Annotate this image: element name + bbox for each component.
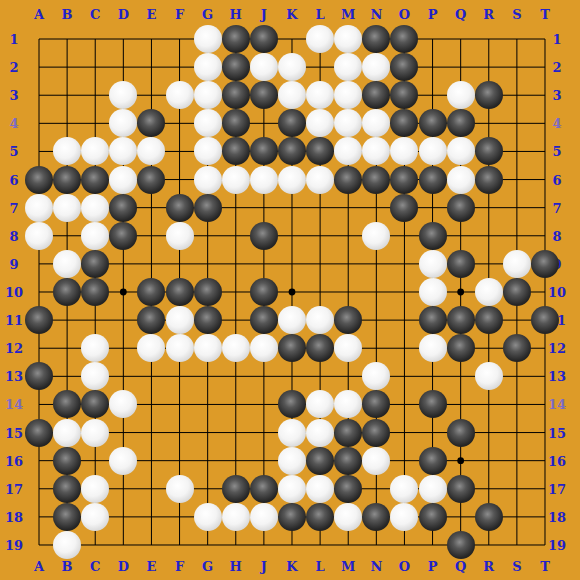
black-stone-Q7	[447, 194, 475, 222]
col-label-top-Q: Q	[455, 8, 466, 21]
black-stone-Q15	[447, 419, 475, 447]
white-stone-G18	[194, 503, 222, 531]
white-stone-G3	[194, 81, 222, 109]
black-stone-S12	[503, 334, 531, 362]
star-point-K10	[289, 289, 296, 296]
black-stone-A6	[25, 166, 53, 194]
white-stone-F17	[166, 475, 194, 503]
white-stone-P12	[419, 334, 447, 362]
black-stone-P16	[419, 447, 447, 475]
col-label-top-E: E	[146, 8, 156, 21]
row-label-left-1: 1	[9, 33, 18, 46]
col-label-top-L: L	[316, 8, 325, 21]
black-stone-J10	[250, 278, 278, 306]
col-label-bottom-F: F	[175, 560, 184, 573]
black-stone-N15	[362, 419, 390, 447]
row-label-left-10: 10	[5, 285, 23, 298]
white-stone-F8	[166, 222, 194, 250]
black-stone-M17	[334, 475, 362, 503]
white-stone-P9	[419, 250, 447, 278]
row-label-right-2: 2	[552, 61, 561, 74]
row-label-left-17: 17	[5, 482, 23, 495]
col-label-bottom-Q: Q	[455, 560, 466, 573]
col-label-top-B: B	[62, 8, 73, 21]
white-stone-J2	[250, 53, 278, 81]
white-stone-F11	[166, 306, 194, 334]
black-stone-T11	[531, 306, 559, 334]
col-label-top-F: F	[175, 8, 184, 21]
row-label-right-6: 6	[552, 173, 561, 186]
star-point-Q16	[457, 457, 464, 464]
row-label-right-19: 19	[548, 538, 566, 551]
white-stone-C15	[81, 419, 109, 447]
white-stone-G2	[194, 53, 222, 81]
col-label-bottom-O: O	[399, 560, 410, 573]
white-stone-P5	[419, 137, 447, 165]
white-stone-N16	[362, 447, 390, 475]
col-label-bottom-K: K	[286, 560, 297, 573]
black-stone-H3	[222, 81, 250, 109]
black-stone-Q19	[447, 531, 475, 559]
white-stone-P17	[419, 475, 447, 503]
white-stone-C18	[81, 503, 109, 531]
white-stone-L1	[306, 25, 334, 53]
black-stone-O6	[390, 166, 418, 194]
col-label-top-R: R	[483, 8, 494, 21]
white-stone-B19	[53, 531, 81, 559]
black-stone-P4	[419, 109, 447, 137]
black-stone-A11	[25, 306, 53, 334]
white-stone-K16	[278, 447, 306, 475]
white-stone-H12	[222, 334, 250, 362]
row-label-right-14: 14	[548, 398, 566, 411]
col-label-top-G: G	[202, 8, 213, 21]
black-stone-Q12	[447, 334, 475, 362]
goban[interactable]: AABBCCDDEEFFGGHHJJKKLLMMNNOOPPQQRRSSTT11…	[0, 0, 580, 580]
col-label-bottom-M: M	[341, 560, 355, 573]
black-stone-L16	[306, 447, 334, 475]
black-stone-P11	[419, 306, 447, 334]
black-stone-F10	[166, 278, 194, 306]
row-label-left-14: 14	[5, 398, 23, 411]
white-stone-F12	[166, 334, 194, 362]
white-stone-G1	[194, 25, 222, 53]
black-stone-L18	[306, 503, 334, 531]
white-stone-K3	[278, 81, 306, 109]
black-stone-F7	[166, 194, 194, 222]
row-label-left-16: 16	[5, 454, 23, 467]
white-stone-B15	[53, 419, 81, 447]
black-stone-M6	[334, 166, 362, 194]
col-label-bottom-L: L	[316, 560, 325, 573]
black-stone-H4	[222, 109, 250, 137]
white-stone-Q5	[447, 137, 475, 165]
black-stone-B16	[53, 447, 81, 475]
row-label-right-1: 1	[552, 33, 561, 46]
black-stone-B6	[53, 166, 81, 194]
black-stone-N6	[362, 166, 390, 194]
star-point-D10	[120, 289, 127, 296]
black-stone-M16	[334, 447, 362, 475]
col-label-bottom-B: B	[62, 560, 73, 573]
row-label-right-3: 3	[552, 89, 561, 102]
black-stone-J1	[250, 25, 278, 53]
white-stone-G12	[194, 334, 222, 362]
white-stone-L15	[306, 419, 334, 447]
black-stone-H1	[222, 25, 250, 53]
black-stone-H2	[222, 53, 250, 81]
black-stone-E6	[137, 166, 165, 194]
black-stone-J8	[250, 222, 278, 250]
white-stone-Q6	[447, 166, 475, 194]
row-label-right-18: 18	[548, 510, 566, 523]
black-stone-R11	[475, 306, 503, 334]
white-stone-D16	[109, 447, 137, 475]
row-label-left-18: 18	[5, 510, 23, 523]
white-stone-L17	[306, 475, 334, 503]
row-label-left-12: 12	[5, 342, 23, 355]
row-label-right-17: 17	[548, 482, 566, 495]
black-stone-R6	[475, 166, 503, 194]
col-label-bottom-J: J	[261, 560, 267, 573]
white-stone-A7	[25, 194, 53, 222]
white-stone-R13	[475, 362, 503, 390]
black-stone-D8	[109, 222, 137, 250]
white-stone-R10	[475, 278, 503, 306]
col-label-top-D: D	[118, 8, 129, 21]
row-label-left-9: 9	[9, 257, 18, 270]
white-stone-G4	[194, 109, 222, 137]
black-stone-B17	[53, 475, 81, 503]
white-stone-H18	[222, 503, 250, 531]
col-label-bottom-C: C	[90, 560, 100, 573]
row-label-right-15: 15	[548, 426, 566, 439]
black-stone-B10	[53, 278, 81, 306]
row-label-left-8: 8	[9, 229, 18, 242]
col-label-top-K: K	[286, 8, 297, 21]
black-stone-R3	[475, 81, 503, 109]
col-label-bottom-N: N	[370, 560, 382, 573]
white-stone-M18	[334, 503, 362, 531]
black-stone-P8	[419, 222, 447, 250]
black-stone-J17	[250, 475, 278, 503]
black-stone-S10	[503, 278, 531, 306]
white-stone-Q3	[447, 81, 475, 109]
black-stone-Q17	[447, 475, 475, 503]
black-stone-G10	[194, 278, 222, 306]
white-stone-L6	[306, 166, 334, 194]
black-stone-A15	[25, 419, 53, 447]
col-label-bottom-A: A	[34, 560, 44, 573]
col-label-bottom-P: P	[428, 560, 438, 573]
white-stone-B9	[53, 250, 81, 278]
row-label-left-13: 13	[5, 370, 23, 383]
white-stone-H6	[222, 166, 250, 194]
black-stone-M15	[334, 419, 362, 447]
black-stone-R18	[475, 503, 503, 531]
black-stone-T9	[531, 250, 559, 278]
col-label-bottom-E: E	[146, 560, 156, 573]
black-stone-C10	[81, 278, 109, 306]
row-label-left-11: 11	[5, 314, 23, 327]
col-label-bottom-R: R	[483, 560, 494, 573]
row-label-left-15: 15	[5, 426, 23, 439]
col-label-top-H: H	[230, 8, 242, 21]
col-label-top-J: J	[261, 8, 267, 21]
white-stone-G5	[194, 137, 222, 165]
black-stone-Q9	[447, 250, 475, 278]
black-stone-K18	[278, 503, 306, 531]
black-stone-D7	[109, 194, 137, 222]
white-stone-K2	[278, 53, 306, 81]
col-label-bottom-S: S	[512, 560, 521, 573]
black-stone-Q4	[447, 109, 475, 137]
row-label-left-4: 4	[9, 117, 18, 130]
black-stone-O7	[390, 194, 418, 222]
row-label-left-5: 5	[9, 145, 18, 158]
col-label-top-S: S	[512, 8, 521, 21]
star-point-Q10	[457, 289, 464, 296]
black-stone-P18	[419, 503, 447, 531]
col-label-bottom-D: D	[118, 560, 129, 573]
row-label-left-7: 7	[9, 201, 18, 214]
black-stone-G7	[194, 194, 222, 222]
white-stone-C7	[81, 194, 109, 222]
white-stone-D6	[109, 166, 137, 194]
row-label-right-13: 13	[548, 370, 566, 383]
row-label-left-19: 19	[5, 538, 23, 551]
col-label-bottom-H: H	[230, 560, 242, 573]
row-label-right-4: 4	[552, 117, 561, 130]
col-label-top-A: A	[34, 8, 44, 21]
row-label-left-3: 3	[9, 89, 18, 102]
row-label-left-6: 6	[9, 173, 18, 186]
black-stone-K12	[278, 334, 306, 362]
row-label-right-8: 8	[552, 229, 561, 242]
col-label-bottom-G: G	[202, 560, 213, 573]
black-stone-J3	[250, 81, 278, 109]
row-label-right-5: 5	[552, 145, 561, 158]
col-label-top-M: M	[341, 8, 355, 21]
black-stone-P14	[419, 390, 447, 418]
white-stone-K11	[278, 306, 306, 334]
row-label-right-7: 7	[552, 201, 561, 214]
black-stone-P6	[419, 166, 447, 194]
white-stone-J12	[250, 334, 278, 362]
white-stone-G6	[194, 166, 222, 194]
col-label-top-C: C	[90, 8, 100, 21]
white-stone-C17	[81, 475, 109, 503]
black-stone-G11	[194, 306, 222, 334]
black-stone-Q11	[447, 306, 475, 334]
white-stone-S9	[503, 250, 531, 278]
row-label-right-16: 16	[548, 454, 566, 467]
black-stone-C6	[81, 166, 109, 194]
black-stone-H17	[222, 475, 250, 503]
row-label-right-10: 10	[548, 285, 566, 298]
white-stone-J6	[250, 166, 278, 194]
white-stone-A8	[25, 222, 53, 250]
row-label-left-2: 2	[9, 61, 18, 74]
white-stone-P10	[419, 278, 447, 306]
col-label-top-N: N	[370, 8, 382, 21]
white-stone-B7	[53, 194, 81, 222]
white-stone-J18	[250, 503, 278, 531]
white-stone-K6	[278, 166, 306, 194]
white-stone-F3	[166, 81, 194, 109]
col-label-top-O: O	[399, 8, 410, 21]
col-label-top-T: T	[540, 8, 550, 21]
col-label-bottom-T: T	[540, 560, 550, 573]
white-stone-C8	[81, 222, 109, 250]
white-stone-K17	[278, 475, 306, 503]
white-stone-N8	[362, 222, 390, 250]
black-stone-C9	[81, 250, 109, 278]
black-stone-J11	[250, 306, 278, 334]
white-stone-K15	[278, 419, 306, 447]
row-label-right-12: 12	[548, 342, 566, 355]
col-label-top-P: P	[428, 8, 438, 21]
black-stone-B18	[53, 503, 81, 531]
